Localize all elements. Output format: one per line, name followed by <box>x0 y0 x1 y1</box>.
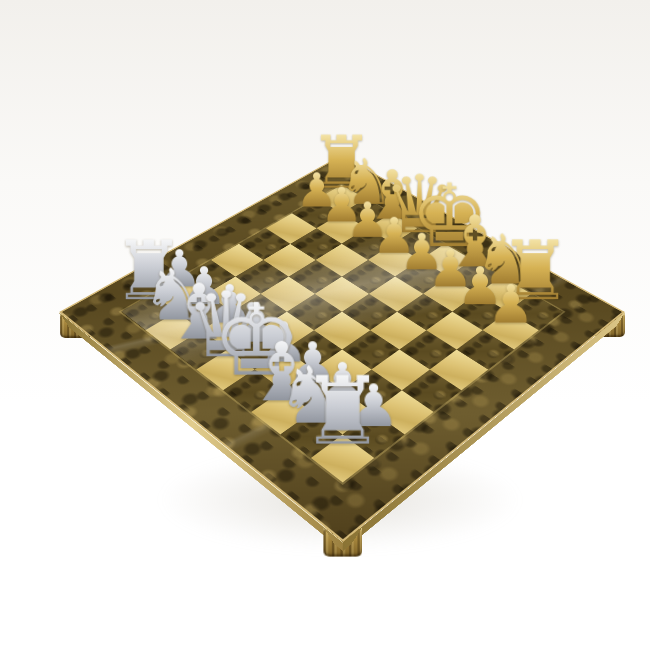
piece-silver-rook[interactable]: ♜ <box>299 364 386 458</box>
board-grid: ♜♞♝♛♚♝♞♜♟♟♟♟♟♟♟♟♟♟♟♟♟♟♟♟♜♞♝♛♚♝♞♜ <box>121 185 562 483</box>
chess-set-photo: ♜♞♝♛♚♝♞♜♟♟♟♟♟♟♟♟♟♟♟♟♟♟♟♟♜♞♝♛♚♝♞♜ <box>0 0 650 650</box>
chess-board: ♜♞♝♛♚♝♞♜♟♟♟♟♟♟♟♟♟♟♟♟♟♟♟♟♜♞♝♛♚♝♞♜ <box>59 155 625 542</box>
scene: ♜♞♝♛♚♝♞♜♟♟♟♟♟♟♟♟♟♟♟♟♟♟♟♟♜♞♝♛♚♝♞♜ <box>0 0 650 650</box>
piece-gold-pawn[interactable]: ♟ <box>472 277 549 330</box>
